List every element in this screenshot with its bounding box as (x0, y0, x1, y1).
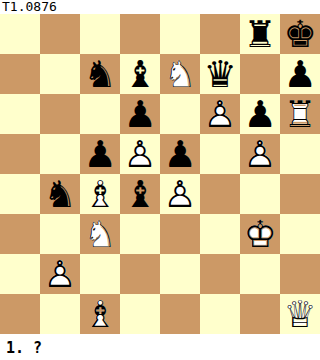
square-h8[interactable]: ♚ (280, 14, 320, 54)
square-d8[interactable] (120, 14, 160, 54)
piece-white-pawn[interactable]: ♟♙ (200, 94, 240, 134)
piece-white-pawn[interactable]: ♟♙ (240, 134, 280, 174)
piece-outline-layer: ♖ (280, 94, 320, 134)
square-d7[interactable]: ♝ (120, 54, 160, 94)
piece-glyph: ♟ (280, 54, 320, 94)
piece-white-queen[interactable]: ♛♕ (280, 294, 320, 334)
square-e8[interactable] (160, 14, 200, 54)
piece-outline-layer: ♗ (80, 294, 120, 334)
puzzle-id: T1.0876 (0, 0, 320, 14)
piece-glyph: ♟ (80, 134, 120, 174)
piece-outline-layer: ♘ (160, 54, 200, 94)
piece-outline-layer: ♙ (160, 174, 200, 214)
square-f1[interactable] (200, 294, 240, 334)
piece-white-pawn[interactable]: ♟♙ (160, 174, 200, 214)
square-a3[interactable] (0, 214, 40, 254)
square-d4[interactable]: ♝ (120, 174, 160, 214)
square-e6[interactable] (160, 94, 200, 134)
piece-white-rook[interactable]: ♜♖ (280, 94, 320, 134)
piece-black-bishop[interactable]: ♝ (120, 54, 160, 94)
square-h1[interactable]: ♛♕ (280, 294, 320, 334)
piece-glyph: ♚ (280, 14, 320, 54)
square-b8[interactable] (40, 14, 80, 54)
square-f6[interactable]: ♟♙ (200, 94, 240, 134)
piece-black-pawn[interactable]: ♟ (80, 134, 120, 174)
square-e1[interactable] (160, 294, 200, 334)
piece-black-pawn[interactable]: ♟ (280, 54, 320, 94)
square-b3[interactable] (40, 214, 80, 254)
square-b4[interactable]: ♞ (40, 174, 80, 214)
square-a1[interactable] (0, 294, 40, 334)
square-d2[interactable] (120, 254, 160, 294)
piece-black-pawn[interactable]: ♟ (240, 94, 280, 134)
square-h7[interactable]: ♟ (280, 54, 320, 94)
chess-board: ♜♚♞♝♞♘♛♟♟♟♙♟♜♖♟♟♙♟♟♙♞♝♗♝♟♙♞♘♚♔♟♙♝♗♛♕ (0, 14, 320, 334)
piece-glyph: ♟ (120, 94, 160, 134)
square-c2[interactable] (80, 254, 120, 294)
piece-glyph: ♞ (40, 174, 80, 214)
square-b5[interactable] (40, 134, 80, 174)
piece-outline-layer: ♗ (80, 174, 120, 214)
square-g7[interactable] (240, 54, 280, 94)
square-h3[interactable] (280, 214, 320, 254)
piece-outline-layer: ♕ (280, 294, 320, 334)
square-f5[interactable] (200, 134, 240, 174)
square-f8[interactable] (200, 14, 240, 54)
piece-outline-layer: ♘ (80, 214, 120, 254)
piece-black-king[interactable]: ♚ (280, 14, 320, 54)
square-f2[interactable] (200, 254, 240, 294)
square-a8[interactable] (0, 14, 40, 54)
square-d6[interactable]: ♟ (120, 94, 160, 134)
piece-outline-layer: ♙ (200, 94, 240, 134)
square-c7[interactable]: ♞ (80, 54, 120, 94)
square-a4[interactable] (0, 174, 40, 214)
square-c1[interactable]: ♝♗ (80, 294, 120, 334)
piece-black-pawn[interactable]: ♟ (160, 134, 200, 174)
piece-white-knight[interactable]: ♞♘ (80, 214, 120, 254)
square-c8[interactable] (80, 14, 120, 54)
square-f4[interactable] (200, 174, 240, 214)
square-d5[interactable]: ♟♙ (120, 134, 160, 174)
piece-glyph: ♞ (80, 54, 120, 94)
square-b1[interactable] (40, 294, 80, 334)
square-g1[interactable] (240, 294, 280, 334)
piece-black-knight[interactable]: ♞ (40, 174, 80, 214)
square-b7[interactable] (40, 54, 80, 94)
square-c3[interactable]: ♞♘ (80, 214, 120, 254)
piece-glyph: ♝ (120, 54, 160, 94)
piece-glyph: ♝ (120, 174, 160, 214)
square-a2[interactable] (0, 254, 40, 294)
square-h5[interactable] (280, 134, 320, 174)
piece-outline-layer: ♙ (240, 134, 280, 174)
square-g4[interactable] (240, 174, 280, 214)
square-a5[interactable] (0, 134, 40, 174)
square-b6[interactable] (40, 94, 80, 134)
square-a6[interactable] (0, 94, 40, 134)
square-c6[interactable] (80, 94, 120, 134)
piece-white-bishop[interactable]: ♝♗ (80, 294, 120, 334)
piece-glyph: ♜ (240, 14, 280, 54)
square-d1[interactable] (120, 294, 160, 334)
square-d3[interactable] (120, 214, 160, 254)
square-e2[interactable] (160, 254, 200, 294)
piece-white-knight[interactable]: ♞♘ (160, 54, 200, 94)
square-e5[interactable]: ♟ (160, 134, 200, 174)
piece-glyph: ♟ (160, 134, 200, 174)
move-prompt: 1. ? (0, 334, 320, 357)
square-g5[interactable]: ♟♙ (240, 134, 280, 174)
square-g2[interactable] (240, 254, 280, 294)
piece-black-bishop[interactable]: ♝ (120, 174, 160, 214)
piece-white-bishop[interactable]: ♝♗ (80, 174, 120, 214)
square-g8[interactable]: ♜ (240, 14, 280, 54)
square-b2[interactable]: ♟♙ (40, 254, 80, 294)
piece-black-rook[interactable]: ♜ (240, 14, 280, 54)
piece-white-pawn[interactable]: ♟♙ (120, 134, 160, 174)
piece-black-pawn[interactable]: ♟ (120, 94, 160, 134)
square-e7[interactable]: ♞♘ (160, 54, 200, 94)
square-e4[interactable]: ♟♙ (160, 174, 200, 214)
piece-outline-layer: ♔ (240, 214, 280, 254)
piece-black-queen[interactable]: ♛ (200, 54, 240, 94)
square-f3[interactable] (200, 214, 240, 254)
piece-white-king[interactable]: ♚♔ (240, 214, 280, 254)
chess-puzzle-window: T1.0876 ♜♚♞♝♞♘♛♟♟♟♙♟♜♖♟♟♙♟♟♙♞♝♗♝♟♙♞♘♚♔♟♙… (0, 0, 320, 360)
square-h6[interactable]: ♜♖ (280, 94, 320, 134)
square-g6[interactable]: ♟ (240, 94, 280, 134)
square-a7[interactable] (0, 54, 40, 94)
square-c5[interactable]: ♟ (80, 134, 120, 174)
piece-glyph: ♛ (200, 54, 240, 94)
square-h4[interactable] (280, 174, 320, 214)
piece-glyph: ♟ (240, 94, 280, 134)
square-c4[interactable]: ♝♗ (80, 174, 120, 214)
square-h2[interactable] (280, 254, 320, 294)
square-e3[interactable] (160, 214, 200, 254)
piece-outline-layer: ♙ (120, 134, 160, 174)
piece-black-knight[interactable]: ♞ (80, 54, 120, 94)
piece-white-pawn[interactable]: ♟♙ (40, 254, 80, 294)
square-g3[interactable]: ♚♔ (240, 214, 280, 254)
piece-outline-layer: ♙ (40, 254, 80, 294)
square-f7[interactable]: ♛ (200, 54, 240, 94)
